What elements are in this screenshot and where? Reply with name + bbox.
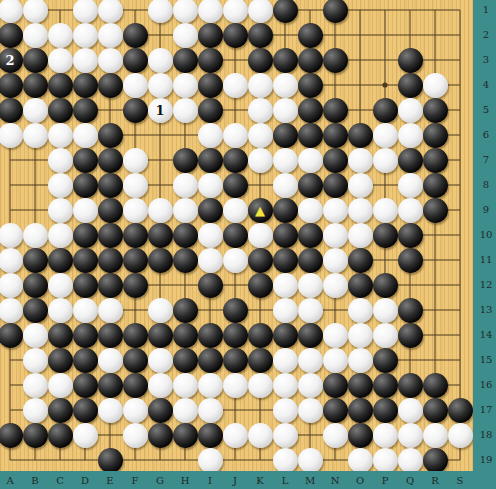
black-stone-R16 <box>423 373 448 398</box>
white-stone-C2 <box>48 23 73 48</box>
black-stone-M5 <box>298 98 323 123</box>
coordinate-column-B: B <box>25 476 45 486</box>
white-stone-J18 <box>223 423 248 448</box>
white-stone-M7 <box>298 148 323 173</box>
white-stone-L17 <box>273 398 298 423</box>
white-stone-H16 <box>173 373 198 398</box>
black-stone-H3 <box>173 48 198 73</box>
white-stone-P18 <box>373 423 398 448</box>
black-stone-A18 <box>0 423 23 448</box>
black-stone-N16 <box>323 373 348 398</box>
black-stone-F14 <box>123 323 148 348</box>
white-stone-B15 <box>23 348 48 373</box>
go-game-screen: 12▲ ABCDEFGHIJKLMNOPQRS 1234567891011121… <box>0 0 496 489</box>
coordinate-column-A: A <box>0 476 20 486</box>
white-stone-N12 <box>323 273 348 298</box>
white-stone-M16 <box>298 373 323 398</box>
black-stone-L9 <box>273 198 298 223</box>
white-stone-N15 <box>323 348 348 373</box>
black-stone-F15 <box>123 348 148 373</box>
white-stone-C16 <box>48 373 73 398</box>
white-stone-G3 <box>148 48 173 73</box>
coordinate-row-10: 10 <box>477 230 495 240</box>
white-stone-I11 <box>198 248 223 273</box>
white-stone-H17 <box>173 398 198 423</box>
black-stone-I12 <box>198 273 223 298</box>
black-stone-O12 <box>348 273 373 298</box>
coordinate-column-F: F <box>125 476 145 486</box>
black-stone-F11 <box>123 248 148 273</box>
black-stone-M6 <box>298 123 323 148</box>
black-stone-E7 <box>98 148 123 173</box>
black-stone-J7 <box>223 148 248 173</box>
coordinate-row-14: 14 <box>477 330 495 340</box>
black-stone-R19 <box>423 448 448 472</box>
black-stone-E6 <box>98 123 123 148</box>
black-stone-J14 <box>223 323 248 348</box>
black-stone-E14 <box>98 323 123 348</box>
white-stone-I1 <box>198 0 223 23</box>
coordinate-column-H: H <box>175 476 195 486</box>
black-stone-F16 <box>123 373 148 398</box>
white-stone-A6 <box>0 123 23 148</box>
coordinate-column-K: K <box>250 476 270 486</box>
white-stone-K5 <box>248 98 273 123</box>
black-stone-C18 <box>48 423 73 448</box>
white-stone-H1 <box>173 0 198 23</box>
black-stone-P5 <box>373 98 398 123</box>
white-stone-C7 <box>48 148 73 173</box>
white-stone-I17 <box>198 398 223 423</box>
coordinate-column-Q: Q <box>400 476 420 486</box>
coordinate-row-5: 5 <box>477 105 495 115</box>
white-stone-M13 <box>298 298 323 323</box>
black-stone-C4 <box>48 73 73 98</box>
white-stone-G4 <box>148 73 173 98</box>
white-stone-C13 <box>48 298 73 323</box>
black-stone-H10 <box>173 223 198 248</box>
white-stone-J11 <box>223 248 248 273</box>
white-stone-E3 <box>98 48 123 73</box>
white-stone-H5 <box>173 98 198 123</box>
white-stone-L19 <box>273 448 298 472</box>
black-stone-D5 <box>73 98 98 123</box>
white-stone-J1 <box>223 0 248 23</box>
white-stone-C6 <box>48 123 73 148</box>
white-stone-N14 <box>323 323 348 348</box>
black-stone-P17 <box>373 398 398 423</box>
black-stone-H14 <box>173 323 198 348</box>
white-stone-I8 <box>198 173 223 198</box>
white-stone-O14 <box>348 323 373 348</box>
white-stone-B14 <box>23 323 48 348</box>
white-stone-N11 <box>323 248 348 273</box>
white-stone-M9 <box>298 198 323 223</box>
black-stone-N7 <box>323 148 348 173</box>
white-stone-K1 <box>248 0 273 23</box>
white-stone-P14 <box>373 323 398 348</box>
black-stone-R5 <box>423 98 448 123</box>
white-stone-D13 <box>73 298 98 323</box>
black-stone-R8 <box>423 173 448 198</box>
black-stone-C5 <box>48 98 73 123</box>
black-stone-D4 <box>73 73 98 98</box>
white-stone-D18 <box>73 423 98 448</box>
black-stone-M14 <box>298 323 323 348</box>
black-stone-M8 <box>298 173 323 198</box>
black-stone-R7 <box>423 148 448 173</box>
black-stone-N8 <box>323 173 348 198</box>
black-stone-R17 <box>423 398 448 423</box>
white-stone-B2 <box>23 23 48 48</box>
black-stone-M3 <box>298 48 323 73</box>
white-stone-G5 <box>148 98 173 123</box>
white-stone-Q17 <box>398 398 423 423</box>
coordinate-row-2: 2 <box>477 30 495 40</box>
black-stone-S17 <box>448 398 473 423</box>
white-stone-A12 <box>0 273 23 298</box>
black-stone-Q14 <box>398 323 423 348</box>
white-stone-G1 <box>148 0 173 23</box>
black-stone-D11 <box>73 248 98 273</box>
white-stone-C3 <box>48 48 73 73</box>
white-stone-G13 <box>148 298 173 323</box>
white-stone-D9 <box>73 198 98 223</box>
black-stone-G17 <box>148 398 173 423</box>
white-stone-O13 <box>348 298 373 323</box>
white-stone-L13 <box>273 298 298 323</box>
white-stone-Q9 <box>398 198 423 223</box>
black-stone-B3 <box>23 48 48 73</box>
coordinate-column-E: E <box>100 476 120 486</box>
black-stone-O16 <box>348 373 373 398</box>
white-stone-H4 <box>173 73 198 98</box>
white-stone-P6 <box>373 123 398 148</box>
black-stone-K12 <box>248 273 273 298</box>
white-stone-L7 <box>273 148 298 173</box>
black-stone-H11 <box>173 248 198 273</box>
white-stone-B10 <box>23 223 48 248</box>
white-stone-N18 <box>323 423 348 448</box>
black-stone-D15 <box>73 348 98 373</box>
black-stone-K3 <box>248 48 273 73</box>
coordinate-column-J: J <box>225 476 245 486</box>
coordinate-row-19: 19 <box>477 455 495 465</box>
black-stone-N6 <box>323 123 348 148</box>
black-stone-R6 <box>423 123 448 148</box>
white-stone-K4 <box>248 73 273 98</box>
white-stone-F9 <box>123 198 148 223</box>
white-stone-G15 <box>148 348 173 373</box>
white-stone-S18 <box>448 423 473 448</box>
white-stone-L5 <box>273 98 298 123</box>
white-stone-K10 <box>248 223 273 248</box>
white-stone-J4 <box>223 73 248 98</box>
black-stone-E8 <box>98 173 123 198</box>
black-stone-K14 <box>248 323 273 348</box>
white-stone-B17 <box>23 398 48 423</box>
black-stone-I18 <box>198 423 223 448</box>
black-stone-I2 <box>198 23 223 48</box>
black-stone-O18 <box>348 423 373 448</box>
white-stone-C10 <box>48 223 73 248</box>
white-stone-Q18 <box>398 423 423 448</box>
black-stone-K2 <box>248 23 273 48</box>
coordinate-row-6: 6 <box>477 130 495 140</box>
black-stone-A4 <box>0 73 23 98</box>
go-board[interactable]: 12▲ <box>0 0 473 471</box>
coordinate-row-12: 12 <box>477 280 495 290</box>
black-stone-Q3 <box>398 48 423 73</box>
white-stone-K18 <box>248 423 273 448</box>
coordinate-column-P: P <box>375 476 395 486</box>
coordinate-row-7: 7 <box>477 155 495 165</box>
coordinate-row-1: 1 <box>477 5 495 15</box>
white-stone-L16 <box>273 373 298 398</box>
black-stone-H15 <box>173 348 198 373</box>
white-stone-A13 <box>0 298 23 323</box>
coordinate-column-D: D <box>75 476 95 486</box>
black-stone-D10 <box>73 223 98 248</box>
coordinate-column-L: L <box>275 476 295 486</box>
black-stone-F5 <box>123 98 148 123</box>
white-stone-O9 <box>348 198 373 223</box>
white-stone-D6 <box>73 123 98 148</box>
white-stone-C8 <box>48 173 73 198</box>
black-stone-L14 <box>273 323 298 348</box>
white-stone-P7 <box>373 148 398 173</box>
white-stone-D2 <box>73 23 98 48</box>
white-stone-O10 <box>348 223 373 248</box>
white-stone-Q6 <box>398 123 423 148</box>
black-stone-F10 <box>123 223 148 248</box>
black-stone-E12 <box>98 273 123 298</box>
black-stone-P10 <box>373 223 398 248</box>
white-stone-N10 <box>323 223 348 248</box>
black-stone-L6 <box>273 123 298 148</box>
black-stone-J10 <box>223 223 248 248</box>
black-stone-Q7 <box>398 148 423 173</box>
coordinate-row-15: 15 <box>477 355 495 365</box>
white-stone-L8 <box>273 173 298 198</box>
white-stone-P9 <box>373 198 398 223</box>
black-stone-E19 <box>98 448 123 472</box>
white-stone-K16 <box>248 373 273 398</box>
black-stone-E9 <box>98 198 123 223</box>
black-stone-P12 <box>373 273 398 298</box>
white-stone-K6 <box>248 123 273 148</box>
white-stone-J9 <box>223 198 248 223</box>
black-stone-E10 <box>98 223 123 248</box>
black-stone-C15 <box>48 348 73 373</box>
black-stone-A3 <box>0 48 23 73</box>
white-stone-J6 <box>223 123 248 148</box>
black-stone-D17 <box>73 398 98 423</box>
black-stone-I7 <box>198 148 223 173</box>
black-stone-N17 <box>323 398 348 423</box>
black-stone-Q16 <box>398 373 423 398</box>
black-stone-B18 <box>23 423 48 448</box>
black-stone-J15 <box>223 348 248 373</box>
white-stone-B5 <box>23 98 48 123</box>
black-stone-A2 <box>0 23 23 48</box>
black-stone-H18 <box>173 423 198 448</box>
white-stone-N9 <box>323 198 348 223</box>
white-stone-D1 <box>73 0 98 23</box>
black-stone-C17 <box>48 398 73 423</box>
coordinate-row-17: 17 <box>477 405 495 415</box>
black-stone-Q4 <box>398 73 423 98</box>
white-stone-E1 <box>98 0 123 23</box>
coordinate-row-11: 11 <box>477 255 495 265</box>
white-stone-I16 <box>198 373 223 398</box>
black-stone-P16 <box>373 373 398 398</box>
white-stone-P13 <box>373 298 398 323</box>
black-stone-I4 <box>198 73 223 98</box>
white-stone-E2 <box>98 23 123 48</box>
white-stone-M17 <box>298 398 323 423</box>
black-stone-G10 <box>148 223 173 248</box>
black-stone-J13 <box>223 298 248 323</box>
black-stone-K9 <box>248 198 273 223</box>
black-stone-I5 <box>198 98 223 123</box>
black-stone-N1 <box>323 0 348 23</box>
black-stone-L10 <box>273 223 298 248</box>
white-stone-O19 <box>348 448 373 472</box>
white-stone-M19 <box>298 448 323 472</box>
black-stone-E11 <box>98 248 123 273</box>
white-stone-I10 <box>198 223 223 248</box>
black-stone-M10 <box>298 223 323 248</box>
white-stone-E15 <box>98 348 123 373</box>
white-stone-B16 <box>23 373 48 398</box>
white-stone-A11 <box>0 248 23 273</box>
black-stone-O11 <box>348 248 373 273</box>
black-stone-M2 <box>298 23 323 48</box>
black-stone-B4 <box>23 73 48 98</box>
black-stone-A14 <box>0 323 23 348</box>
white-stone-A1 <box>0 0 23 23</box>
black-stone-I9 <box>198 198 223 223</box>
white-stone-H9 <box>173 198 198 223</box>
white-stone-H8 <box>173 173 198 198</box>
black-stone-Q10 <box>398 223 423 248</box>
white-stone-O8 <box>348 173 373 198</box>
white-stone-C9 <box>48 198 73 223</box>
white-stone-M12 <box>298 273 323 298</box>
coordinate-column-G: G <box>150 476 170 486</box>
black-stone-K15 <box>248 348 273 373</box>
white-stone-D3 <box>73 48 98 73</box>
black-stone-R9 <box>423 198 448 223</box>
white-stone-F4 <box>123 73 148 98</box>
black-stone-C11 <box>48 248 73 273</box>
white-stone-F8 <box>123 173 148 198</box>
coordinate-row-13: 13 <box>477 305 495 315</box>
coordinate-row-16: 16 <box>477 380 495 390</box>
coordinate-column-I: I <box>200 476 220 486</box>
white-stone-E17 <box>98 398 123 423</box>
white-stone-Q5 <box>398 98 423 123</box>
black-stone-H13 <box>173 298 198 323</box>
black-stone-G18 <box>148 423 173 448</box>
black-stone-L11 <box>273 248 298 273</box>
white-stone-F7 <box>123 148 148 173</box>
black-stone-N5 <box>323 98 348 123</box>
black-stone-O6 <box>348 123 373 148</box>
white-stone-O7 <box>348 148 373 173</box>
black-stone-Q13 <box>398 298 423 323</box>
black-stone-I3 <box>198 48 223 73</box>
black-stone-J2 <box>223 23 248 48</box>
black-stone-G14 <box>148 323 173 348</box>
black-stone-E4 <box>98 73 123 98</box>
black-stone-K11 <box>248 248 273 273</box>
black-stone-N3 <box>323 48 348 73</box>
coordinate-column-N: N <box>325 476 345 486</box>
white-stone-B1 <box>23 0 48 23</box>
black-stone-F2 <box>123 23 148 48</box>
white-stone-M15 <box>298 348 323 373</box>
coordinate-row-3: 3 <box>477 55 495 65</box>
white-stone-O15 <box>348 348 373 373</box>
black-stone-E16 <box>98 373 123 398</box>
white-stone-F18 <box>123 423 148 448</box>
coordinate-column-R: R <box>425 476 445 486</box>
black-stone-C14 <box>48 323 73 348</box>
white-stone-P19 <box>373 448 398 472</box>
white-stone-L18 <box>273 423 298 448</box>
white-stone-L4 <box>273 73 298 98</box>
black-stone-L1 <box>273 0 298 23</box>
black-stone-O17 <box>348 398 373 423</box>
black-stone-G11 <box>148 248 173 273</box>
white-stone-H2 <box>173 23 198 48</box>
white-stone-K7 <box>248 148 273 173</box>
white-stone-I19 <box>198 448 223 472</box>
white-stone-R4 <box>423 73 448 98</box>
white-stone-E13 <box>98 298 123 323</box>
white-stone-Q19 <box>398 448 423 472</box>
white-stone-C12 <box>48 273 73 298</box>
white-stone-R18 <box>423 423 448 448</box>
black-stone-P15 <box>373 348 398 373</box>
black-stone-B13 <box>23 298 48 323</box>
black-stone-M11 <box>298 248 323 273</box>
coordinate-column-S: S <box>450 476 470 486</box>
coordinate-column-M: M <box>300 476 320 486</box>
black-stone-D14 <box>73 323 98 348</box>
white-stone-G16 <box>148 373 173 398</box>
coordinate-row-8: 8 <box>477 180 495 190</box>
black-stone-F3 <box>123 48 148 73</box>
white-stone-J16 <box>223 373 248 398</box>
white-stone-I6 <box>198 123 223 148</box>
white-stone-G9 <box>148 198 173 223</box>
black-stone-A5 <box>0 98 23 123</box>
black-stone-J8 <box>223 173 248 198</box>
black-stone-B12 <box>23 273 48 298</box>
black-stone-B11 <box>23 248 48 273</box>
coordinate-row-4: 4 <box>477 80 495 90</box>
black-stone-D8 <box>73 173 98 198</box>
black-stone-D7 <box>73 148 98 173</box>
coordinate-row-9: 9 <box>477 205 495 215</box>
black-stone-I15 <box>198 348 223 373</box>
black-stone-Q11 <box>398 248 423 273</box>
white-stone-A10 <box>0 223 23 248</box>
black-stone-M4 <box>298 73 323 98</box>
